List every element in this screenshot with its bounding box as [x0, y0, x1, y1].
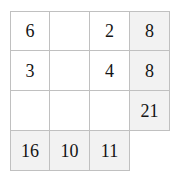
cell-r3c3[interactable]: [90, 91, 130, 131]
cell-r3c4: 21: [130, 91, 170, 131]
cell-r1c4: 8: [130, 11, 170, 51]
cell-r3c2[interactable]: [50, 91, 90, 131]
cell-r4c1: 16: [10, 131, 50, 171]
cell-r4c3: 11: [90, 131, 130, 171]
cell-r1c3: 2: [90, 11, 130, 51]
cell-r1c2[interactable]: [50, 11, 90, 51]
cell-r1c1: 6: [10, 11, 50, 51]
cell-r2c3: 4: [90, 51, 130, 91]
cell-r2c4: 8: [130, 51, 170, 91]
cell-r2c1: 3: [10, 51, 50, 91]
puzzle-grid: 6 2 8 3 4 8 21 16 10 11: [10, 11, 170, 171]
cell-r3c1[interactable]: [10, 91, 50, 131]
cell-r4c4-absent: [130, 131, 170, 171]
cell-r2c2[interactable]: [50, 51, 90, 91]
cell-r4c2: 10: [50, 131, 90, 171]
